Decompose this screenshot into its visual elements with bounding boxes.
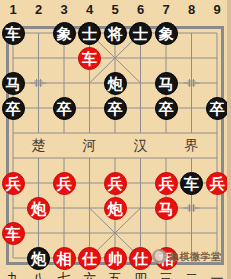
piece-red-horse[interactable]: 马 <box>155 197 178 220</box>
piece-black-elephant[interactable]: 象 <box>155 22 178 45</box>
file-label-bottom-9: 一 <box>207 272 227 279</box>
file-label-bottom-4: 六 <box>80 272 100 279</box>
piece-red-soldier[interactable]: 兵 <box>2 172 25 195</box>
piece-black-soldier[interactable]: 卒 <box>155 97 178 120</box>
piece-red-chariot[interactable]: 车 <box>78 47 101 70</box>
piece-red-elephant[interactable]: 相 <box>53 247 76 270</box>
river-char-3: 汉 <box>130 138 152 153</box>
file-label-top-2: 2 <box>29 2 49 18</box>
piece-black-horse[interactable]: 马 <box>2 72 25 95</box>
file-label-top-4: 4 <box>80 2 100 18</box>
file-label-top-7: 7 <box>156 2 176 18</box>
piece-black-soldier[interactable]: 卒 <box>53 97 76 120</box>
piece-black-soldier[interactable]: 卒 <box>2 97 25 120</box>
file-label-bottom-6: 四 <box>131 272 151 279</box>
file-label-bottom-2: 八 <box>29 272 49 279</box>
piece-red-advisor[interactable]: 仕 <box>129 247 152 270</box>
file-label-bottom-5: 五 <box>105 272 125 279</box>
piece-red-soldier[interactable]: 兵 <box>206 172 229 195</box>
file-label-top-9: 9 <box>207 2 227 18</box>
xiangqi-board: 123456789 楚河汉界 车象士将士象车马炮马卒卒卒卒卒兵兵兵兵车兵炮炮马车… <box>0 0 231 279</box>
piece-black-horse[interactable]: 马 <box>155 72 178 95</box>
river-char-1: 楚 <box>28 138 50 153</box>
piece-black-soldier[interactable]: 卒 <box>104 97 127 120</box>
file-label-bottom-1: 九 <box>3 272 23 279</box>
piece-black-advisor[interactable]: 士 <box>78 22 101 45</box>
piece-black-cannon[interactable]: 炮 <box>27 247 50 270</box>
file-label-bottom-3: 七 <box>54 272 74 279</box>
piece-red-general[interactable]: 帅 <box>104 247 127 270</box>
watermark: 象棋微学堂 <box>152 249 222 264</box>
piece-black-cannon[interactable]: 炮 <box>104 72 127 95</box>
piece-black-chariot[interactable]: 车 <box>2 22 25 45</box>
piece-black-chariot[interactable]: 车 <box>180 172 203 195</box>
file-label-top-3: 3 <box>54 2 74 18</box>
piece-red-soldier[interactable]: 兵 <box>104 172 127 195</box>
river-char-2: 河 <box>79 138 101 153</box>
piece-red-advisor[interactable]: 仕 <box>78 247 101 270</box>
piece-red-cannon[interactable]: 炮 <box>104 197 127 220</box>
river-char-4: 界 <box>181 138 203 153</box>
file-label-bottom-8: 二 <box>182 272 202 279</box>
file-label-bottom-7: 三 <box>156 272 176 279</box>
piece-black-soldier[interactable]: 卒 <box>206 97 229 120</box>
piece-red-soldier[interactable]: 兵 <box>53 172 76 195</box>
file-label-top-6: 6 <box>131 2 151 18</box>
file-label-top-8: 8 <box>182 2 202 18</box>
piece-red-chariot[interactable]: 车 <box>2 222 25 245</box>
piece-red-soldier[interactable]: 兵 <box>155 172 178 195</box>
watermark-logo-icon <box>152 249 167 264</box>
file-label-top-5: 5 <box>105 2 125 18</box>
watermark-text: 象棋微学堂 <box>169 250 222 264</box>
piece-black-elephant[interactable]: 象 <box>53 22 76 45</box>
file-label-top-1: 1 <box>3 2 23 18</box>
piece-black-advisor[interactable]: 士 <box>129 22 152 45</box>
right-edge-strip <box>227 0 231 279</box>
piece-red-cannon[interactable]: 炮 <box>27 197 50 220</box>
piece-black-general[interactable]: 将 <box>104 22 127 45</box>
